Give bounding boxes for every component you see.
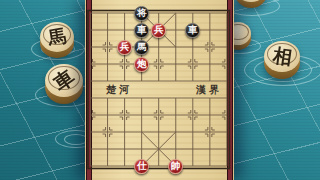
xiangqi-thumbnail-scene: 馬 車 相 楚河 漢界 将車兵車兵馬炮仕帥	[0, 0, 320, 180]
black-chariot-2-piece[interactable]: 車	[185, 23, 200, 38]
red-cannon-piece[interactable]: 炮	[134, 57, 149, 72]
wood-piece-face: 馬	[40, 22, 74, 52]
black-general-piece[interactable]: 将	[134, 6, 149, 21]
river-label-left: 楚河	[106, 83, 132, 97]
bg-elephant-piece: 相	[264, 41, 300, 80]
red-advisor-piece[interactable]: 仕	[134, 159, 149, 174]
red-soldier-1-piece[interactable]: 兵	[151, 23, 166, 38]
black-horse-piece[interactable]: 馬	[134, 40, 149, 55]
bg-horse-piece: 馬	[40, 22, 74, 59]
wood-piece-face: 相	[264, 41, 300, 73]
wood-piece-character: 馬	[47, 26, 68, 47]
red-soldier-2-piece[interactable]: 兵	[117, 40, 132, 55]
bg-piece-top-edge	[235, 0, 267, 8]
river-label-right: 漢界	[196, 83, 222, 97]
bg-chariot-piece: 車	[45, 64, 83, 105]
wood-piece-face: 車	[45, 64, 83, 97]
black-chariot-1-piece[interactable]: 車	[134, 23, 149, 38]
xiangqi-board[interactable]: 楚河 漢界 将車兵車兵馬炮仕帥	[85, 0, 234, 180]
red-general-piece[interactable]: 帥	[168, 159, 183, 174]
wood-piece-character: 相	[271, 46, 292, 67]
